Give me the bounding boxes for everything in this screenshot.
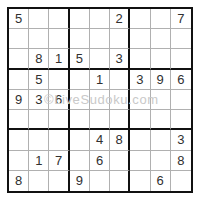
cell-r5c2[interactable]: 3 bbox=[29, 90, 49, 110]
cell-r2c2[interactable] bbox=[29, 29, 49, 49]
cell-r5c9[interactable] bbox=[171, 90, 191, 110]
cell-r7c4[interactable] bbox=[70, 130, 90, 150]
cell-r1c3[interactable] bbox=[49, 9, 69, 29]
cell-r6c8[interactable] bbox=[151, 110, 171, 130]
cell-r3c5[interactable] bbox=[90, 49, 110, 69]
cell-r4c4[interactable] bbox=[70, 70, 90, 90]
cell-r1c1[interactable]: 5 bbox=[9, 9, 29, 29]
cell-r7c9[interactable]: 3 bbox=[171, 130, 191, 150]
cell-r7c6[interactable]: 8 bbox=[110, 130, 130, 150]
cell-r8c9[interactable]: 8 bbox=[171, 151, 191, 171]
cell-r3c1[interactable] bbox=[9, 49, 29, 69]
cell-r5c3[interactable]: 6 bbox=[49, 90, 69, 110]
cell-r7c1[interactable] bbox=[9, 130, 29, 150]
cell-r8c4[interactable] bbox=[70, 151, 90, 171]
cell-r1c5[interactable] bbox=[90, 9, 110, 29]
cell-r6c2[interactable] bbox=[29, 110, 49, 130]
sudoku-page: 5278153513969364831768896 ©LiveSudoku.co… bbox=[0, 0, 200, 200]
cell-r9c6[interactable] bbox=[110, 171, 130, 191]
cell-r4c2[interactable]: 5 bbox=[29, 70, 49, 90]
cell-r5c7[interactable] bbox=[130, 90, 150, 110]
cell-r4c3[interactable] bbox=[49, 70, 69, 90]
cell-r3c3[interactable]: 1 bbox=[49, 49, 69, 69]
cell-r8c2[interactable]: 1 bbox=[29, 151, 49, 171]
cell-r3c4[interactable]: 5 bbox=[70, 49, 90, 69]
cell-r3c2[interactable]: 8 bbox=[29, 49, 49, 69]
cell-r7c8[interactable] bbox=[151, 130, 171, 150]
cell-r4c8[interactable]: 9 bbox=[151, 70, 171, 90]
cell-r6c4[interactable] bbox=[70, 110, 90, 130]
cell-r9c1[interactable]: 8 bbox=[9, 171, 29, 191]
cell-r8c6[interactable] bbox=[110, 151, 130, 171]
cell-r7c5[interactable]: 4 bbox=[90, 130, 110, 150]
cell-r9c3[interactable] bbox=[49, 171, 69, 191]
cell-r5c8[interactable] bbox=[151, 90, 171, 110]
cell-r5c1[interactable]: 9 bbox=[9, 90, 29, 110]
cell-r6c5[interactable] bbox=[90, 110, 110, 130]
cell-r3c8[interactable] bbox=[151, 49, 171, 69]
cell-r9c7[interactable] bbox=[130, 171, 150, 191]
cell-r1c9[interactable]: 7 bbox=[171, 9, 191, 29]
cell-r2c7[interactable] bbox=[130, 29, 150, 49]
cell-r8c8[interactable] bbox=[151, 151, 171, 171]
cell-r9c2[interactable] bbox=[29, 171, 49, 191]
cell-r9c5[interactable] bbox=[90, 171, 110, 191]
cell-r5c6[interactable] bbox=[110, 90, 130, 110]
cell-r3c6[interactable]: 3 bbox=[110, 49, 130, 69]
cell-r8c5[interactable]: 6 bbox=[90, 151, 110, 171]
cell-r8c7[interactable] bbox=[130, 151, 150, 171]
cell-r7c7[interactable] bbox=[130, 130, 150, 150]
sudoku-board: 5278153513969364831768896 bbox=[7, 7, 193, 193]
cell-r3c9[interactable] bbox=[171, 49, 191, 69]
cell-r2c1[interactable] bbox=[9, 29, 29, 49]
cell-r4c7[interactable]: 3 bbox=[130, 70, 150, 90]
cell-r6c7[interactable] bbox=[130, 110, 150, 130]
cell-r4c5[interactable]: 1 bbox=[90, 70, 110, 90]
cell-r8c3[interactable]: 7 bbox=[49, 151, 69, 171]
cell-r6c3[interactable] bbox=[49, 110, 69, 130]
cell-r9c8[interactable]: 6 bbox=[151, 171, 171, 191]
cell-r2c8[interactable] bbox=[151, 29, 171, 49]
cell-r4c9[interactable]: 6 bbox=[171, 70, 191, 90]
cell-r5c5[interactable] bbox=[90, 90, 110, 110]
cell-r1c4[interactable] bbox=[70, 9, 90, 29]
cell-r2c6[interactable] bbox=[110, 29, 130, 49]
cell-r9c9[interactable] bbox=[171, 171, 191, 191]
cell-r7c2[interactable] bbox=[29, 130, 49, 150]
cell-r2c5[interactable] bbox=[90, 29, 110, 49]
cell-r1c7[interactable] bbox=[130, 9, 150, 29]
cell-r2c3[interactable] bbox=[49, 29, 69, 49]
cell-r1c2[interactable] bbox=[29, 9, 49, 29]
cell-r2c9[interactable] bbox=[171, 29, 191, 49]
cell-r2c4[interactable] bbox=[70, 29, 90, 49]
cell-r3c7[interactable] bbox=[130, 49, 150, 69]
cell-r1c6[interactable]: 2 bbox=[110, 9, 130, 29]
cell-r4c1[interactable] bbox=[9, 70, 29, 90]
cell-r8c1[interactable] bbox=[9, 151, 29, 171]
cell-r6c1[interactable] bbox=[9, 110, 29, 130]
cell-r6c9[interactable] bbox=[171, 110, 191, 130]
cell-r9c4[interactable]: 9 bbox=[70, 171, 90, 191]
cell-r4c6[interactable] bbox=[110, 70, 130, 90]
cell-r7c3[interactable] bbox=[49, 130, 69, 150]
cell-r5c4[interactable] bbox=[70, 90, 90, 110]
cell-r6c6[interactable] bbox=[110, 110, 130, 130]
cell-r1c8[interactable] bbox=[151, 9, 171, 29]
